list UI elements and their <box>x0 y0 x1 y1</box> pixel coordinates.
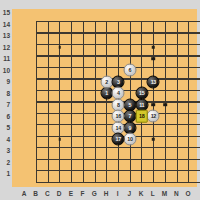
col-label-B: B <box>33 189 38 196</box>
col-label-I: I <box>117 189 119 196</box>
row-label-14: 14 <box>0 20 10 27</box>
stone-white-12: 12 <box>147 110 160 123</box>
stone-white-16: 16 <box>112 110 125 123</box>
board-marker-L7 <box>152 103 156 107</box>
board-marker-M7 <box>163 103 167 107</box>
board-marker-L11 <box>152 57 156 61</box>
stone-white-10: 10 <box>123 133 136 146</box>
col-label-K: K <box>139 189 144 196</box>
col-label-F: F <box>81 189 85 196</box>
stone-white-6: 6 <box>123 64 136 77</box>
col-label-G: G <box>92 189 97 196</box>
col-label-C: C <box>45 189 50 196</box>
col-label-M: M <box>162 189 167 196</box>
star-point-L12 <box>152 46 155 49</box>
col-label-J: J <box>128 189 132 196</box>
col-label-D: D <box>57 189 62 196</box>
row-label-7: 7 <box>0 101 10 108</box>
row-label-4: 4 <box>0 135 10 142</box>
row-label-15: 15 <box>0 9 10 16</box>
row-label-5: 5 <box>0 124 10 131</box>
col-label-L: L <box>151 189 155 196</box>
col-label-E: E <box>69 189 73 196</box>
star-point-L4 <box>152 138 155 141</box>
gomoku-app: ABCDEFGHIJKLMNO1514131211109876543211234… <box>0 0 200 200</box>
last-move-white-18: 18 <box>135 110 148 123</box>
row-label-10: 10 <box>0 66 10 73</box>
star-point-D4 <box>58 138 61 141</box>
star-point-D12 <box>58 46 61 49</box>
col-label-O: O <box>185 189 190 196</box>
row-label-8: 8 <box>0 89 10 96</box>
row-label-9: 9 <box>0 78 10 85</box>
col-label-N: N <box>174 189 179 196</box>
stone-black-15: 15 <box>135 87 148 100</box>
stone-black-13: 13 <box>147 75 160 88</box>
row-label-1: 1 <box>0 170 10 177</box>
row-label-12: 12 <box>0 43 10 50</box>
row-label-11: 11 <box>0 55 10 62</box>
row-label-2: 2 <box>0 158 10 165</box>
row-label-3: 3 <box>0 147 10 154</box>
col-label-H: H <box>104 189 109 196</box>
stone-black-17: 17 <box>112 133 125 146</box>
row-label-13: 13 <box>0 32 10 39</box>
row-label-6: 6 <box>0 112 10 119</box>
col-label-A: A <box>22 189 27 196</box>
